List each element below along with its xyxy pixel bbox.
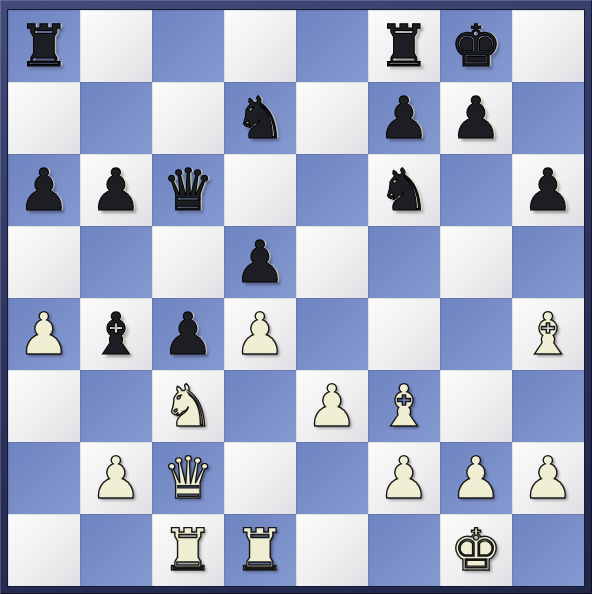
black-king[interactable]: ♚ (450, 17, 502, 75)
square-a3[interactable] (8, 370, 80, 442)
square-c5[interactable] (152, 226, 224, 298)
white-pawn[interactable]: ♟ (18, 305, 70, 363)
square-e2[interactable] (296, 442, 368, 514)
white-pawn[interactable]: ♟ (378, 449, 430, 507)
square-f8[interactable]: ♜ (368, 10, 440, 82)
square-a6[interactable]: ♟ (8, 154, 80, 226)
square-b6[interactable]: ♟ (80, 154, 152, 226)
chess-board: ♜♜♚♞♟♟♟♟♛♞♟♟♟♝♟♟♝♞♟♝♟♛♟♟♟♜♜♚ (8, 10, 584, 586)
white-rook[interactable]: ♜ (234, 521, 286, 579)
black-rook[interactable]: ♜ (18, 17, 70, 75)
square-b5[interactable] (80, 226, 152, 298)
white-pawn[interactable]: ♟ (234, 305, 286, 363)
square-a4[interactable]: ♟ (8, 298, 80, 370)
square-g5[interactable] (440, 226, 512, 298)
square-d6[interactable] (224, 154, 296, 226)
square-d4[interactable]: ♟ (224, 298, 296, 370)
black-pawn[interactable]: ♟ (162, 305, 214, 363)
square-d7[interactable]: ♞ (224, 82, 296, 154)
square-h4[interactable]: ♝ (512, 298, 584, 370)
square-a1[interactable] (8, 514, 80, 586)
white-rook[interactable]: ♜ (162, 521, 214, 579)
square-h6[interactable]: ♟ (512, 154, 584, 226)
square-f1[interactable] (368, 514, 440, 586)
square-b8[interactable] (80, 10, 152, 82)
square-d1[interactable]: ♜ (224, 514, 296, 586)
square-a7[interactable] (8, 82, 80, 154)
white-bishop[interactable]: ♝ (522, 305, 574, 363)
square-e3[interactable]: ♟ (296, 370, 368, 442)
black-pawn[interactable]: ♟ (234, 233, 286, 291)
square-g4[interactable] (440, 298, 512, 370)
square-b1[interactable] (80, 514, 152, 586)
square-d2[interactable] (224, 442, 296, 514)
square-a2[interactable] (8, 442, 80, 514)
white-knight[interactable]: ♞ (162, 377, 214, 435)
white-pawn[interactable]: ♟ (522, 449, 574, 507)
square-e1[interactable] (296, 514, 368, 586)
square-f5[interactable] (368, 226, 440, 298)
black-queen[interactable]: ♛ (162, 161, 214, 219)
square-f2[interactable]: ♟ (368, 442, 440, 514)
square-b3[interactable] (80, 370, 152, 442)
square-g6[interactable] (440, 154, 512, 226)
black-pawn[interactable]: ♟ (378, 89, 430, 147)
white-pawn[interactable]: ♟ (90, 449, 142, 507)
square-c3[interactable]: ♞ (152, 370, 224, 442)
square-c6[interactable]: ♛ (152, 154, 224, 226)
square-b2[interactable]: ♟ (80, 442, 152, 514)
square-h5[interactable] (512, 226, 584, 298)
square-e6[interactable] (296, 154, 368, 226)
black-pawn[interactable]: ♟ (90, 161, 142, 219)
black-knight[interactable]: ♞ (378, 161, 430, 219)
square-a5[interactable] (8, 226, 80, 298)
square-h1[interactable] (512, 514, 584, 586)
square-c1[interactable]: ♜ (152, 514, 224, 586)
square-c4[interactable]: ♟ (152, 298, 224, 370)
square-e4[interactable] (296, 298, 368, 370)
square-h7[interactable] (512, 82, 584, 154)
square-f6[interactable]: ♞ (368, 154, 440, 226)
black-bishop[interactable]: ♝ (90, 305, 142, 363)
square-b7[interactable] (80, 82, 152, 154)
square-f3[interactable]: ♝ (368, 370, 440, 442)
square-g3[interactable] (440, 370, 512, 442)
square-h2[interactable]: ♟ (512, 442, 584, 514)
white-bishop[interactable]: ♝ (378, 377, 430, 435)
square-d8[interactable] (224, 10, 296, 82)
square-g7[interactable]: ♟ (440, 82, 512, 154)
black-rook[interactable]: ♜ (378, 17, 430, 75)
square-e7[interactable] (296, 82, 368, 154)
square-d5[interactable]: ♟ (224, 226, 296, 298)
black-pawn[interactable]: ♟ (522, 161, 574, 219)
square-f7[interactable]: ♟ (368, 82, 440, 154)
square-f4[interactable] (368, 298, 440, 370)
square-h8[interactable] (512, 10, 584, 82)
white-queen[interactable]: ♛ (162, 449, 214, 507)
black-pawn[interactable]: ♟ (18, 161, 70, 219)
white-king[interactable]: ♚ (450, 521, 502, 579)
square-d3[interactable] (224, 370, 296, 442)
square-c2[interactable]: ♛ (152, 442, 224, 514)
square-a8[interactable]: ♜ (8, 10, 80, 82)
square-e5[interactable] (296, 226, 368, 298)
square-b4[interactable]: ♝ (80, 298, 152, 370)
square-c8[interactable] (152, 10, 224, 82)
white-pawn[interactable]: ♟ (306, 377, 358, 435)
board-frame: ♜♜♚♞♟♟♟♟♛♞♟♟♟♝♟♟♝♞♟♝♟♛♟♟♟♜♜♚ (0, 0, 592, 594)
square-g1[interactable]: ♚ (440, 514, 512, 586)
square-c7[interactable] (152, 82, 224, 154)
square-h3[interactable] (512, 370, 584, 442)
square-g2[interactable]: ♟ (440, 442, 512, 514)
square-g8[interactable]: ♚ (440, 10, 512, 82)
black-pawn[interactable]: ♟ (450, 89, 502, 147)
black-knight[interactable]: ♞ (234, 89, 286, 147)
white-pawn[interactable]: ♟ (450, 449, 502, 507)
square-e8[interactable] (296, 10, 368, 82)
